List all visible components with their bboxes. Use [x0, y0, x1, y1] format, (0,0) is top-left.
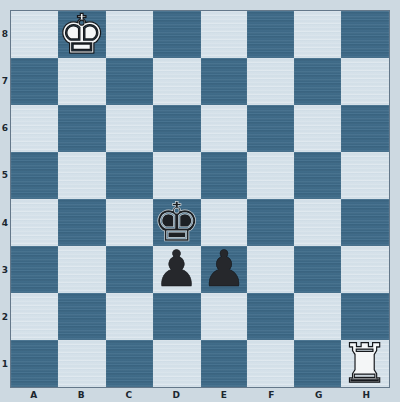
square-b6[interactable] [58, 105, 106, 152]
square-c4[interactable] [106, 199, 153, 246]
square-c5[interactable] [106, 152, 153, 199]
piece-white-king-b8[interactable]: ♚ [58, 11, 106, 58]
square-a4[interactable] [11, 199, 58, 246]
square-b5[interactable] [58, 152, 106, 199]
square-g6[interactable] [294, 105, 341, 152]
square-g2[interactable] [294, 293, 341, 340]
square-g7[interactable] [294, 58, 341, 105]
square-g3[interactable] [294, 246, 341, 293]
square-f8[interactable] [247, 11, 294, 58]
square-f3[interactable] [247, 246, 294, 293]
square-e7[interactable] [201, 58, 248, 105]
rank-label-6: 6 [0, 105, 10, 152]
square-a3[interactable] [11, 246, 58, 293]
square-e8[interactable] [201, 11, 248, 58]
square-a1[interactable] [11, 340, 58, 387]
square-f7[interactable] [247, 58, 294, 105]
file-label-f: F [248, 388, 296, 402]
square-h8[interactable] [341, 11, 389, 58]
square-e2[interactable] [201, 293, 248, 340]
square-g5[interactable] [294, 152, 341, 199]
file-label-b: B [58, 388, 106, 402]
square-d4[interactable]: ♚ [153, 199, 201, 246]
chess-board: ♚♚♟♟♜ [10, 10, 390, 388]
square-h5[interactable] [341, 152, 389, 199]
file-labels: ABCDEFGH [10, 388, 390, 402]
square-c7[interactable] [106, 58, 153, 105]
file-label-g: G [295, 388, 343, 402]
rank-label-2: 2 [0, 294, 10, 341]
file-label-h: H [343, 388, 391, 402]
square-f5[interactable] [247, 152, 294, 199]
square-d7[interactable] [153, 58, 201, 105]
file-label-c: C [105, 388, 153, 402]
square-f1[interactable] [247, 340, 294, 387]
piece-black-king-d4[interactable]: ♚ [153, 199, 201, 246]
file-label-e: E [200, 388, 248, 402]
square-b2[interactable] [58, 293, 106, 340]
square-e4[interactable] [201, 199, 248, 246]
square-c3[interactable] [106, 246, 153, 293]
square-d2[interactable] [153, 293, 201, 340]
square-e3[interactable]: ♟ [201, 246, 248, 293]
file-label-a: A [10, 388, 58, 402]
square-b4[interactable] [58, 199, 106, 246]
square-g4[interactable] [294, 199, 341, 246]
square-g1[interactable] [294, 340, 341, 387]
square-h3[interactable] [341, 246, 389, 293]
piece-white-rook-h1[interactable]: ♜ [341, 340, 389, 387]
square-b1[interactable] [58, 340, 106, 387]
square-a8[interactable] [11, 11, 58, 58]
rank-label-8: 8 [0, 10, 10, 57]
square-a6[interactable] [11, 105, 58, 152]
rank-label-3: 3 [0, 246, 10, 293]
square-h6[interactable] [341, 105, 389, 152]
square-h4[interactable] [341, 199, 389, 246]
square-b3[interactable] [58, 246, 106, 293]
rank-label-4: 4 [0, 199, 10, 246]
square-c1[interactable] [106, 340, 153, 387]
file-label-d: D [153, 388, 201, 402]
square-a5[interactable] [11, 152, 58, 199]
square-f4[interactable] [247, 199, 294, 246]
square-h7[interactable] [341, 58, 389, 105]
square-d8[interactable] [153, 11, 201, 58]
square-d6[interactable] [153, 105, 201, 152]
rank-labels: 87654321 [0, 10, 10, 388]
square-e5[interactable] [201, 152, 248, 199]
square-c6[interactable] [106, 105, 153, 152]
square-b7[interactable] [58, 58, 106, 105]
square-a7[interactable] [11, 58, 58, 105]
rank-label-1: 1 [0, 341, 10, 388]
square-e1[interactable] [201, 340, 248, 387]
square-a2[interactable] [11, 293, 58, 340]
square-b8[interactable]: ♚ [58, 11, 106, 58]
board-frame: 87654321 ♚♚♟♟♜ ABCDEFGH [0, 0, 400, 402]
rank-label-5: 5 [0, 152, 10, 199]
piece-black-pawn-e3[interactable]: ♟ [202, 246, 247, 293]
square-c8[interactable] [106, 11, 153, 58]
square-g8[interactable] [294, 11, 341, 58]
square-f6[interactable] [247, 105, 294, 152]
square-d3[interactable]: ♟ [153, 246, 201, 293]
square-h1[interactable]: ♜ [341, 340, 389, 387]
rank-label-7: 7 [0, 57, 10, 104]
square-c2[interactable] [106, 293, 153, 340]
square-f2[interactable] [247, 293, 294, 340]
square-e6[interactable] [201, 105, 248, 152]
piece-black-pawn-d3[interactable]: ♟ [154, 246, 199, 293]
square-d1[interactable] [153, 340, 201, 387]
